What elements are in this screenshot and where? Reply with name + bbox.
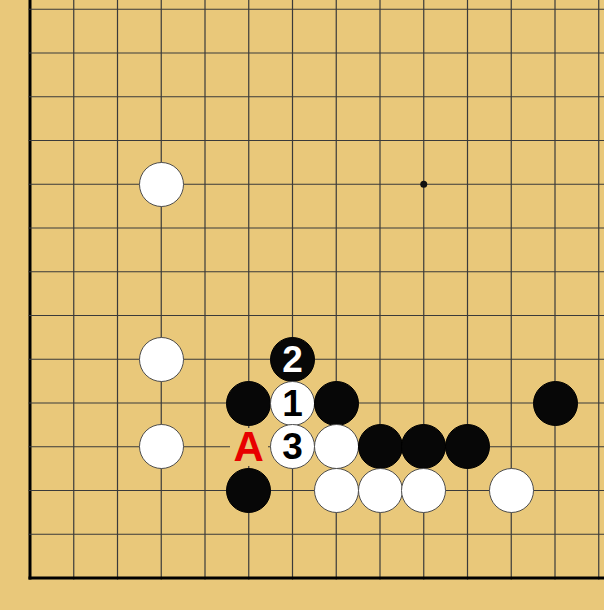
move-number: 1 xyxy=(282,383,303,424)
white-stone xyxy=(314,468,359,513)
go-board-diagram: 213A xyxy=(0,0,604,610)
white-stone xyxy=(139,337,184,382)
black-stone: 2 xyxy=(270,337,315,382)
black-stone xyxy=(401,424,446,469)
white-stone: 3 xyxy=(270,424,315,469)
white-stone xyxy=(139,162,184,207)
black-stone xyxy=(533,381,578,426)
black-stone xyxy=(445,424,490,469)
white-stone xyxy=(489,468,534,513)
black-stone xyxy=(226,381,271,426)
stone-layer: 213A xyxy=(8,0,604,600)
move-number: 3 xyxy=(282,426,303,467)
white-stone xyxy=(139,424,184,469)
black-stone xyxy=(226,468,271,513)
move-number: 2 xyxy=(282,339,303,380)
label-A: A xyxy=(230,428,268,466)
white-stone xyxy=(358,468,403,513)
black-stone xyxy=(314,381,359,426)
black-stone xyxy=(358,424,403,469)
white-stone: 1 xyxy=(270,381,315,426)
white-stone xyxy=(314,424,359,469)
white-stone xyxy=(401,468,446,513)
